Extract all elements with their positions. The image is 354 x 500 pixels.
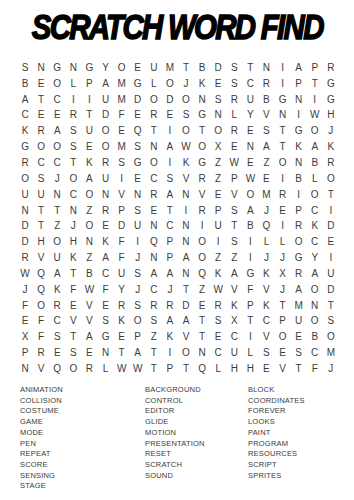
grid-cell: K (114, 314, 130, 330)
grid-cell: C (307, 234, 323, 250)
grid-cell: M (114, 76, 130, 92)
grid-cell: T (178, 282, 194, 298)
word-item: GAME (20, 417, 145, 428)
grid-cell: R (323, 155, 339, 171)
grid-cell: O (323, 171, 339, 187)
grid-cell: J (162, 282, 178, 298)
grid-cell: T (275, 123, 291, 139)
grid-cell: E (114, 123, 130, 139)
grid-cell: N (291, 92, 307, 108)
grid-cell: X (226, 314, 242, 330)
grid-cell: W (114, 361, 130, 377)
grid-cell: J (65, 218, 81, 234)
grid-cell: M (323, 345, 339, 361)
grid-cell: G (49, 60, 65, 76)
word-list-column: BACKGROUNDCONTROLEDITORGLIDEMOTIONPRESEN… (145, 385, 248, 492)
grid-cell: Q (258, 218, 274, 234)
grid-cell: T (146, 361, 162, 377)
grid-cell: Z (49, 218, 65, 234)
grid-cell: I (114, 171, 130, 187)
grid-cell: U (242, 92, 258, 108)
grid-cell: X (210, 139, 226, 155)
grid-cell: D (210, 60, 226, 76)
grid-cell: F (33, 329, 49, 345)
grid-cell: I (194, 218, 210, 234)
grid-cell: A (242, 203, 258, 219)
grid-cell: K (162, 329, 178, 345)
grid-cell: B (81, 266, 97, 282)
word-item: BLOCK (248, 385, 340, 396)
grid-cell: B (258, 92, 274, 108)
grid-cell: I (178, 203, 194, 219)
grid-cell: I (307, 92, 323, 108)
grid-cell: W (81, 282, 97, 298)
grid-cell: Q (194, 361, 210, 377)
grid-cell: G (323, 76, 339, 92)
grid-cell: C (226, 329, 242, 345)
grid-cell: I (162, 123, 178, 139)
grid-cell: Z (226, 250, 242, 266)
grid-cell: M (291, 298, 307, 314)
grid-cell: O (291, 234, 307, 250)
grid-cell: P (210, 203, 226, 219)
grid-cell: K (65, 250, 81, 266)
grid-cell: G (130, 76, 146, 92)
letter-grid: SNGNGYOEUMTBDSTNIAPRBEOLPAMGLOJKESCRIPTG… (17, 60, 339, 377)
grid-cell: T (323, 298, 339, 314)
grid-cell: V (258, 282, 274, 298)
grid-cell: S (33, 171, 49, 187)
grid-cell: N (17, 361, 33, 377)
grid-cell: S (210, 314, 226, 330)
grid-cell: T (65, 329, 81, 345)
grid-cell: R (17, 155, 33, 171)
grid-cell: O (49, 139, 65, 155)
grid-cell: E (242, 123, 258, 139)
grid-cell: P (291, 76, 307, 92)
grid-cell: D (97, 108, 113, 124)
grid-cell: V (178, 171, 194, 187)
grid-cell: T (323, 187, 339, 203)
grid-cell: S (258, 345, 274, 361)
grid-cell: E (81, 139, 97, 155)
grid-cell: A (162, 187, 178, 203)
grid-cell: G (17, 139, 33, 155)
grid-cell: Q (146, 234, 162, 250)
grid-cell: V (178, 329, 194, 345)
grid-cell: N (210, 108, 226, 124)
grid-cell: F (242, 282, 258, 298)
grid-cell: O (114, 60, 130, 76)
grid-cell: S (130, 203, 146, 219)
grid-cell: S (130, 298, 146, 314)
grid-cell: E (258, 361, 274, 377)
grid-cell: Z (210, 155, 226, 171)
grid-cell: E (275, 203, 291, 219)
grid-cell: C (307, 345, 323, 361)
grid-cell: N (97, 187, 113, 203)
grid-cell: S (258, 123, 274, 139)
grid-cell: R (194, 171, 210, 187)
grid-cell: K (323, 139, 339, 155)
grid-cell: E (146, 203, 162, 219)
grid-cell: E (17, 314, 33, 330)
grid-cell: L (275, 234, 291, 250)
grid-cell: N (65, 203, 81, 219)
grid-cell: R (33, 123, 49, 139)
grid-cell: Y (114, 282, 130, 298)
grid-cell: C (65, 187, 81, 203)
grid-cell: Z (210, 171, 226, 187)
grid-cell: C (49, 314, 65, 330)
grid-cell: A (307, 139, 323, 155)
grid-cell: U (226, 345, 242, 361)
grid-cell: B (194, 60, 210, 76)
grid-cell: F (33, 314, 49, 330)
grid-cell: P (307, 60, 323, 76)
word-item: SPRITES (248, 471, 340, 482)
grid-cell: I (275, 60, 291, 76)
grid-cell: D (114, 218, 130, 234)
grid-cell: E (33, 76, 49, 92)
grid-cell: W (210, 282, 226, 298)
grid-cell: A (291, 282, 307, 298)
word-item: PRESENTATION (145, 439, 248, 450)
grid-cell: V (258, 329, 274, 345)
grid-cell: V (114, 187, 130, 203)
grid-cell: O (65, 361, 81, 377)
grid-cell: S (130, 266, 146, 282)
grid-cell: T (49, 203, 65, 219)
grid-cell: W (17, 266, 33, 282)
grid-cell: P (242, 298, 258, 314)
grid-cell: J (130, 282, 146, 298)
grid-cell: E (275, 345, 291, 361)
grid-cell: V (226, 187, 242, 203)
word-item: SCRIPT (248, 460, 340, 471)
grid-cell: T (146, 345, 162, 361)
grid-cell: P (17, 345, 33, 361)
grid-cell: K (81, 155, 97, 171)
grid-cell: E (65, 298, 81, 314)
grid-cell: P (162, 234, 178, 250)
grid-cell: V (258, 108, 274, 124)
grid-cell: J (275, 282, 291, 298)
grid-cell: Z (81, 203, 97, 219)
grid-cell: O (194, 250, 210, 266)
grid-cell: B (291, 171, 307, 187)
grid-cell: X (17, 329, 33, 345)
grid-cell: E (226, 139, 242, 155)
grid-cell: G (291, 123, 307, 139)
grid-cell: N (146, 139, 162, 155)
grid-cell: O (210, 123, 226, 139)
grid-cell: F (114, 234, 130, 250)
grid-cell: A (291, 60, 307, 76)
word-item: SCRATCH (145, 460, 248, 471)
word-item: PAINT (248, 428, 340, 439)
grid-cell: R (291, 218, 307, 234)
grid-cell: D (17, 218, 33, 234)
grid-cell: R (210, 298, 226, 314)
grid-cell: S (65, 345, 81, 361)
grid-cell: O (130, 314, 146, 330)
grid-cell: O (307, 123, 323, 139)
grid-cell: V (226, 282, 242, 298)
word-item: REPEAT (20, 449, 145, 460)
grid-cell: A (178, 250, 194, 266)
grid-cell: R (146, 108, 162, 124)
grid-cell: F (65, 282, 81, 298)
grid-cell: O (275, 329, 291, 345)
grid-cell: Q (33, 282, 49, 298)
grid-cell: O (81, 218, 97, 234)
grid-cell: B (242, 218, 258, 234)
grid-cell: A (178, 314, 194, 330)
grid-cell: I (65, 92, 81, 108)
grid-cell: I (323, 250, 339, 266)
grid-cell: Y (97, 60, 113, 76)
grid-cell: R (226, 92, 242, 108)
grid-cell: C (307, 203, 323, 219)
grid-cell: I (275, 218, 291, 234)
grid-cell: T (65, 266, 81, 282)
grid-cell: Q (194, 266, 210, 282)
word-item: RESOURCES (248, 449, 340, 460)
grid-cell: R (81, 361, 97, 377)
grid-cell: R (114, 298, 130, 314)
grid-cell: S (226, 203, 242, 219)
grid-cell: L (146, 76, 162, 92)
grid-cell: N (242, 139, 258, 155)
grid-cell: R (162, 298, 178, 314)
grid-cell: T (307, 76, 323, 92)
grid-cell: P (81, 76, 97, 92)
word-item: STAGE (20, 481, 145, 492)
grid-cell: L (242, 345, 258, 361)
word-item: MOTION (145, 428, 248, 439)
grid-cell: B (307, 329, 323, 345)
grid-cell: O (97, 139, 113, 155)
grid-cell: V (275, 361, 291, 377)
grid-cell: L (65, 76, 81, 92)
grid-cell: C (258, 314, 274, 330)
grid-cell: H (33, 234, 49, 250)
grid-cell: S (97, 314, 113, 330)
grid-cell: T (33, 218, 49, 234)
grid-cell: O (33, 298, 49, 314)
grid-cell: Q (130, 123, 146, 139)
grid-cell: N (49, 187, 65, 203)
grid-cell: R (258, 76, 274, 92)
grid-cell: D (323, 218, 339, 234)
grid-cell: I (130, 234, 146, 250)
grid-cell: K (49, 282, 65, 298)
grid-cell: A (49, 123, 65, 139)
grid-cell: Y (242, 108, 258, 124)
grid-cell: T (162, 203, 178, 219)
grid-cell: I (275, 171, 291, 187)
grid-cell: U (17, 187, 33, 203)
grid-cell: J (323, 123, 339, 139)
grid-cell: O (81, 187, 97, 203)
grid-cell: V (81, 298, 97, 314)
grid-cell: C (97, 266, 113, 282)
grid-cell: N (178, 266, 194, 282)
grid-cell: B (17, 76, 33, 92)
grid-cell: I (162, 345, 178, 361)
grid-cell: G (194, 155, 210, 171)
grid-cell: T (242, 314, 258, 330)
grid-cell: D (162, 92, 178, 108)
grid-cell: H (65, 234, 81, 250)
grid-cell: P (162, 361, 178, 377)
grid-cell: A (146, 266, 162, 282)
grid-cell: S (210, 92, 226, 108)
grid-cell: C (210, 345, 226, 361)
grid-cell: S (146, 314, 162, 330)
grid-cell: W (130, 361, 146, 377)
puzzle-title: SCRATCH WORD FIND (31, 6, 322, 48)
grid-cell: C (146, 282, 162, 298)
grid-cell: F (114, 108, 130, 124)
grid-cell: M (162, 60, 178, 76)
grid-cell: K (291, 139, 307, 155)
grid-cell: T (178, 60, 194, 76)
grid-cell: I (291, 108, 307, 124)
grid-cell: R (65, 108, 81, 124)
word-list-column: BLOCKCOORDINATESFOREVERLOOKSPAINTPROGRAM… (248, 385, 340, 492)
grid-cell: O (307, 187, 323, 203)
grid-cell: O (323, 329, 339, 345)
grid-cell: N (178, 234, 194, 250)
grid-cell: E (33, 108, 49, 124)
grid-cell: A (226, 266, 242, 282)
grid-cell: C (17, 108, 33, 124)
grid-cell: J (49, 171, 65, 187)
grid-cell: S (162, 171, 178, 187)
grid-cell: W (226, 155, 242, 171)
grid-cell: J (258, 250, 274, 266)
word-item: CONTROL (145, 396, 248, 407)
grid-cell: N (81, 234, 97, 250)
grid-cell: K (17, 123, 33, 139)
grid-cell: F (307, 361, 323, 377)
grid-cell: E (49, 108, 65, 124)
grid-cell: E (210, 187, 226, 203)
grid-cell: G (323, 92, 339, 108)
grid-cell: D (17, 234, 33, 250)
grid-cell: C (162, 218, 178, 234)
grid-cell: P (226, 171, 242, 187)
grid-cell: S (323, 314, 339, 330)
grid-cell: D (130, 92, 146, 108)
grid-cell: Z (258, 155, 274, 171)
grid-cell: I (291, 187, 307, 203)
grid-cell: E (81, 345, 97, 361)
grid-cell: S (65, 123, 81, 139)
grid-cell: R (146, 187, 162, 203)
grid-cell: E (130, 171, 146, 187)
grid-cell: Z (210, 250, 226, 266)
grid-cell: R (226, 123, 242, 139)
grid-cell: R (194, 203, 210, 219)
grid-cell: K (258, 298, 274, 314)
grid-cell: T (146, 123, 162, 139)
grid-cell: B (307, 155, 323, 171)
grid-cell: T (226, 218, 242, 234)
grid-cell: P (130, 329, 146, 345)
grid-cell: T (194, 314, 210, 330)
grid-cell: Q (49, 361, 65, 377)
grid-cell: T (33, 92, 49, 108)
grid-cell: C (146, 171, 162, 187)
grid-cell: R (97, 155, 113, 171)
grid-cell: T (33, 203, 49, 219)
grid-cell: U (97, 171, 113, 187)
grid-cell: J (258, 203, 274, 219)
grid-cell: A (162, 314, 178, 330)
grid-cell: S (17, 60, 33, 76)
grid-cell: O (17, 171, 33, 187)
grid-cell: N (97, 345, 113, 361)
grid-cell: P (291, 203, 307, 219)
grid-cell: U (33, 187, 49, 203)
grid-cell: U (291, 314, 307, 330)
grid-cell: S (291, 345, 307, 361)
grid-cell: D (178, 298, 194, 314)
grid-cell: O (146, 155, 162, 171)
grid-cell: A (81, 171, 97, 187)
grid-cell: I (210, 234, 226, 250)
grid-cell: A (162, 266, 178, 282)
grid-cell: E (97, 298, 113, 314)
grid-cell: A (307, 266, 323, 282)
grid-cell: G (130, 155, 146, 171)
grid-cell: V (194, 187, 210, 203)
grid-cell: T (275, 139, 291, 155)
grid-cell: T (178, 361, 194, 377)
grid-cell: M (114, 92, 130, 108)
grid-cell: T (275, 298, 291, 314)
grid-cell: N (178, 218, 194, 234)
grid-cell: G (194, 108, 210, 124)
grid-cell: Z (194, 282, 210, 298)
grid-cell: E (210, 76, 226, 92)
grid-cell: N (65, 60, 81, 76)
grid-cell: S (114, 155, 130, 171)
grid-cell: O (97, 123, 113, 139)
grid-cell: V (33, 250, 49, 266)
grid-cell: S (178, 108, 194, 124)
grid-cell: S (226, 234, 242, 250)
grid-cell: K (210, 266, 226, 282)
grid-cell: Y (307, 250, 323, 266)
grid-cell: I (81, 92, 97, 108)
grid-cell: G (275, 92, 291, 108)
grid-cell: S (130, 139, 146, 155)
word-list-column: ANIMATIONCOLLISIONCOSTUMEGAMEMODEPENREPE… (20, 385, 145, 492)
grid-cell: O (65, 171, 81, 187)
word-item: COLLISION (20, 396, 145, 407)
grid-cell: N (130, 187, 146, 203)
grid-cell: O (307, 282, 323, 298)
grid-cell: J (17, 282, 33, 298)
grid-cell: C (242, 76, 258, 92)
grid-cell: E (130, 60, 146, 76)
grid-cell: V (65, 314, 81, 330)
grid-cell: N (307, 298, 323, 314)
